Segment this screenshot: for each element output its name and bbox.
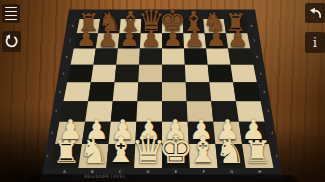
rank-label-left-6: 6 (66, 55, 68, 59)
rank-label-right-5: 5 (260, 72, 262, 76)
square-d4[interactable] (137, 82, 162, 101)
square-h8[interactable] (224, 19, 247, 33)
square-g2[interactable] (213, 122, 242, 144)
square-a1[interactable] (51, 144, 82, 168)
square-b3[interactable] (85, 101, 113, 121)
square-b7[interactable] (96, 33, 120, 48)
square-f5[interactable] (185, 65, 210, 83)
square-a7[interactable] (74, 33, 98, 48)
square-g6[interactable] (206, 48, 230, 64)
square-e3[interactable] (162, 101, 188, 121)
square-c2[interactable] (109, 122, 137, 144)
reset-button[interactable] (2, 31, 21, 52)
rank-label-right-1: 1 (276, 154, 278, 158)
square-b6[interactable] (93, 48, 117, 64)
file-label-a: A (63, 169, 66, 174)
file-label-d: D (147, 169, 150, 174)
rank-label-right-8: 8 (250, 24, 252, 28)
square-f8[interactable] (183, 19, 205, 33)
square-h7[interactable] (226, 33, 250, 48)
chess-board[interactable]: ABCDEFGH8877665544332211 (0, 0, 325, 182)
square-d7[interactable] (140, 33, 162, 48)
square-g5[interactable] (208, 65, 233, 83)
square-d1[interactable] (134, 144, 162, 168)
square-g7[interactable] (205, 33, 229, 48)
undo-arrow-icon (308, 6, 323, 21)
square-e2[interactable] (162, 122, 189, 144)
square-g8[interactable] (203, 19, 226, 33)
file-label-c: C (119, 169, 122, 174)
square-f3[interactable] (187, 101, 214, 121)
square-c1[interactable] (106, 144, 135, 168)
square-c5[interactable] (115, 65, 140, 83)
file-label-b: B (91, 169, 94, 174)
square-h6[interactable] (228, 48, 253, 64)
square-f7[interactable] (183, 33, 206, 48)
square-g1[interactable] (215, 144, 245, 168)
square-e6[interactable] (162, 48, 185, 64)
chess-app-screen: ABCDEFGH8877665544332211 ♜♞♝♛♚♝♞♜♟♟♟♟♟♟♟… (0, 0, 325, 182)
rank-label-left-8: 8 (72, 24, 74, 28)
square-c8[interactable] (119, 19, 141, 33)
square-d2[interactable] (135, 122, 162, 144)
square-g4[interactable] (209, 82, 235, 101)
square-a2[interactable] (55, 122, 85, 144)
square-c3[interactable] (111, 101, 138, 121)
square-e5[interactable] (162, 65, 186, 83)
rank-label-left-2: 2 (51, 131, 53, 135)
square-b1[interactable] (78, 144, 108, 168)
square-c6[interactable] (116, 48, 140, 64)
square-a4[interactable] (63, 82, 90, 101)
file-label-f: F (203, 169, 205, 174)
square-f6[interactable] (184, 48, 208, 64)
square-h4[interactable] (233, 82, 260, 101)
square-a5[interactable] (67, 65, 93, 83)
square-d6[interactable] (139, 48, 162, 64)
square-e4[interactable] (162, 82, 187, 101)
level-label: BEGINNER LEVEL (84, 174, 126, 179)
rank-label-right-7: 7 (253, 39, 255, 43)
rank-label-right-6: 6 (256, 55, 258, 59)
rank-label-right-2: 2 (271, 131, 273, 135)
file-label-g: G (230, 169, 233, 174)
square-b4[interactable] (88, 82, 114, 101)
square-f4[interactable] (186, 82, 212, 101)
square-b5[interactable] (91, 65, 116, 83)
rank-label-right-4: 4 (263, 90, 265, 94)
square-d8[interactable] (141, 19, 162, 33)
square-f2[interactable] (188, 122, 216, 144)
hamburger-menu-icon (5, 7, 17, 9)
square-e1[interactable] (162, 144, 190, 168)
square-f1[interactable] (189, 144, 218, 168)
square-e8[interactable] (162, 19, 183, 33)
rank-label-left-1: 1 (46, 154, 48, 158)
square-a8[interactable] (77, 19, 100, 33)
square-d5[interactable] (138, 65, 162, 83)
square-a6[interactable] (71, 48, 96, 64)
square-g3[interactable] (211, 101, 239, 121)
square-c4[interactable] (113, 82, 139, 101)
info-button[interactable]: i (305, 32, 325, 53)
square-d3[interactable] (136, 101, 162, 121)
square-h5[interactable] (231, 65, 257, 83)
square-h1[interactable] (242, 144, 273, 168)
rank-label-right-3: 3 (267, 109, 269, 113)
square-h2[interactable] (239, 122, 269, 144)
square-b2[interactable] (82, 122, 111, 144)
square-h3[interactable] (236, 101, 265, 121)
square-e7[interactable] (162, 33, 184, 48)
board-side-edge (39, 175, 285, 182)
square-a3[interactable] (60, 101, 89, 121)
rank-label-left-4: 4 (59, 90, 61, 94)
square-b8[interactable] (98, 19, 121, 33)
file-label-h: H (258, 169, 261, 174)
rank-label-left-3: 3 (55, 109, 57, 113)
square-c7[interactable] (118, 33, 141, 48)
menu-button[interactable] (2, 4, 20, 23)
rank-label-left-7: 7 (69, 39, 71, 43)
reset-rotate-icon (4, 34, 19, 49)
info-icon: i (313, 36, 317, 50)
undo-button[interactable] (305, 3, 325, 23)
rank-label-left-5: 5 (62, 72, 64, 76)
